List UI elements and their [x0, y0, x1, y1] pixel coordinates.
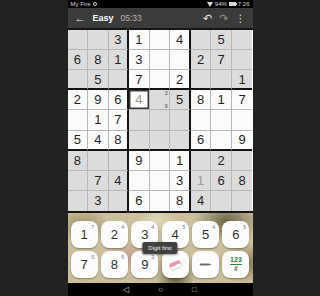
- cell-r6c3[interactable]: 8: [109, 131, 130, 151]
- cell-digit: 8: [176, 194, 183, 207]
- game-timer: 05:33: [121, 13, 142, 23]
- cell-r3c3[interactable]: [109, 70, 130, 90]
- numpad-row-2: 758693 123 #: [71, 251, 250, 278]
- cell-r8c1[interactable]: [68, 171, 89, 191]
- digit-label: 4: [172, 227, 179, 242]
- cell-digit: 5: [176, 93, 183, 106]
- cell-r1c6[interactable]: 4: [170, 30, 191, 50]
- cell-r7c3[interactable]: [109, 151, 130, 171]
- cell-digit: 7: [239, 93, 246, 106]
- input-mode-button[interactable]: 123 #: [222, 251, 249, 278]
- cell-r7c4[interactable]: 9: [129, 151, 150, 171]
- cell-r9c6[interactable]: 8: [170, 191, 191, 211]
- cell-digit: 7: [218, 53, 225, 66]
- cell-r4c2[interactable]: 9: [88, 90, 109, 110]
- nav-recents-icon[interactable]: □: [192, 286, 197, 294]
- battery-icon: [229, 2, 236, 6]
- digit-button-6[interactable]: 65: [222, 221, 249, 248]
- digit-count-badge: 5: [91, 254, 94, 259]
- digit-count-badge: 5: [243, 224, 246, 229]
- cell-digit: 1: [239, 73, 246, 86]
- digit-label: 3: [141, 227, 148, 242]
- cell-r5c3[interactable]: 7: [109, 110, 130, 130]
- cell-digit: 5: [218, 33, 225, 46]
- cell-r6c7[interactable]: 6: [191, 131, 212, 151]
- cell-r5c7[interactable]: [191, 110, 212, 130]
- cell-digit: 3: [176, 174, 183, 187]
- cell-r8c5[interactable]: [150, 171, 171, 191]
- cell-r1c7[interactable]: [191, 30, 212, 50]
- cell-r8c7[interactable]: 1: [191, 171, 212, 191]
- cell-r1c9[interactable]: [232, 30, 253, 50]
- cell-r7c9[interactable]: [232, 151, 253, 171]
- eraser-icon: [167, 256, 184, 273]
- eraser-button[interactable]: [162, 251, 189, 278]
- cell-r1c8[interactable]: 5: [211, 30, 232, 50]
- cell-r5c5[interactable]: [150, 110, 171, 130]
- cell-r4c8[interactable]: 1: [211, 90, 232, 110]
- digit-count-badge: 5: [182, 224, 185, 229]
- carrier-label: My Fire: [71, 1, 91, 7]
- cell-r6c2[interactable]: 4: [88, 131, 109, 151]
- undo-icon[interactable]: ↶: [203, 12, 212, 25]
- cell-r8c8[interactable]: 6: [211, 171, 232, 191]
- cell-r5c9[interactable]: [232, 110, 253, 130]
- cell-r9c4[interactable]: 6: [129, 191, 150, 211]
- digit-count-badge: 4: [121, 224, 124, 229]
- cell-digit: 8: [114, 133, 121, 146]
- pen-button[interactable]: [192, 251, 219, 278]
- cell-r3c8[interactable]: [211, 70, 232, 90]
- digit-label: 7: [80, 257, 87, 272]
- cell-r9c1[interactable]: [68, 191, 89, 211]
- cell-r6c6[interactable]: [170, 131, 191, 151]
- back-arrow-icon[interactable]: ←: [75, 13, 86, 24]
- toast-message: Digit first: [142, 242, 177, 254]
- cell-digit: 7: [135, 73, 142, 86]
- cell-digit: 7: [94, 174, 101, 187]
- digit-button-7[interactable]: 75: [71, 251, 98, 278]
- cell-r1c2[interactable]: [88, 30, 109, 50]
- status-bar: My Fire 94% 7:26: [68, 0, 253, 8]
- cell-digit: 4: [94, 133, 101, 146]
- cell-r4c6[interactable]: 5: [170, 90, 191, 110]
- digit-button-1[interactable]: 17: [71, 221, 98, 248]
- cell-r3c4[interactable]: 7: [129, 70, 150, 90]
- cell-digit: 5: [94, 73, 101, 86]
- cell-digit: 5: [74, 133, 81, 146]
- number-pad: 172434455465 758693 123: [68, 213, 253, 283]
- android-nav-bar: ◁ ○ □: [68, 283, 253, 296]
- app-screen: My Fire 94% 7:26 ← Easy 05:33 ↶ ↷ ⋮ 3145…: [68, 0, 253, 296]
- battery-percent: 94%: [215, 1, 227, 7]
- cell-digit: 9: [94, 93, 101, 106]
- digit-count-badge: 3: [152, 254, 155, 259]
- digit-label: 2: [111, 227, 118, 242]
- cell-digit: 1: [218, 93, 225, 106]
- digit-label: 5: [202, 227, 209, 242]
- digit-button-9[interactable]: 93: [131, 251, 158, 278]
- sudoku-board: 3145681327572129643958171754869891274316…: [68, 28, 253, 213]
- cell-r6c1[interactable]: 5: [68, 131, 89, 151]
- cell-r2c6[interactable]: [170, 50, 191, 70]
- cell-r2c8[interactable]: 7: [211, 50, 232, 70]
- digit-count-badge: 7: [91, 224, 94, 229]
- cell-digit: 2: [176, 73, 183, 86]
- cell-digit: 1: [114, 53, 121, 66]
- cell-digit: 3: [114, 33, 121, 46]
- cell-r3c5[interactable]: [150, 70, 171, 90]
- digit-label: 1: [80, 227, 87, 242]
- cell-digit: 1: [176, 154, 183, 167]
- cell-r7c7[interactable]: [191, 151, 212, 171]
- cell-r7c6[interactable]: 1: [170, 151, 191, 171]
- cell-digit: 1: [197, 174, 204, 187]
- cell-r5c6[interactable]: [170, 110, 191, 130]
- cell-r4c4[interactable]: 4: [129, 90, 150, 110]
- pen-icon: [197, 256, 214, 273]
- cell-r1c3[interactable]: 3: [109, 30, 130, 50]
- cell-r9c3[interactable]: [109, 191, 130, 211]
- cell-r5c4[interactable]: [129, 110, 150, 130]
- cell-digit: 7: [114, 113, 121, 126]
- difficulty-title: Easy: [93, 13, 114, 23]
- overflow-menu-icon[interactable]: ⋮: [236, 13, 246, 24]
- cell-r9c8[interactable]: [211, 191, 232, 211]
- cell-digit: 6: [114, 93, 121, 106]
- cell-r5c8[interactable]: [211, 110, 232, 130]
- clock: 7:26: [238, 1, 250, 7]
- cell-digit: 8: [197, 93, 204, 106]
- cell-r4c7[interactable]: 8: [191, 90, 212, 110]
- cell-r3c1[interactable]: [68, 70, 89, 90]
- cell-r9c5[interactable]: [150, 191, 171, 211]
- cell-digit: 2: [74, 93, 81, 106]
- cell-r6c4[interactable]: [129, 131, 150, 151]
- cell-r6c9[interactable]: 9: [232, 131, 253, 151]
- digit-button-2[interactable]: 24: [101, 221, 128, 248]
- wifi-icon: [207, 2, 213, 7]
- cell-digit: 4: [135, 93, 142, 106]
- cell-r7c8[interactable]: 2: [211, 151, 232, 171]
- digit-count-badge: 4: [152, 224, 155, 229]
- cell-digit: 2: [197, 53, 204, 66]
- input-mode-icon: 123 #: [230, 256, 242, 272]
- digit-button-5[interactable]: 54: [192, 221, 219, 248]
- cell-r9c9[interactable]: [232, 191, 253, 211]
- cell-r2c4[interactable]: 3: [129, 50, 150, 70]
- cell-r6c5[interactable]: [150, 131, 171, 151]
- cell-r8c4[interactable]: [129, 171, 150, 191]
- cell-digit: 4: [114, 174, 121, 187]
- cell-r5c2[interactable]: 1: [88, 110, 109, 130]
- redo-icon[interactable]: ↷: [219, 12, 228, 25]
- cell-r4c1[interactable]: 2: [68, 90, 89, 110]
- cell-r7c2[interactable]: [88, 151, 109, 171]
- cell-digit: 6: [197, 133, 204, 146]
- cell-r2c7[interactable]: 2: [191, 50, 212, 70]
- cell-digit: 8: [74, 154, 81, 167]
- cell-r5c1[interactable]: [68, 110, 89, 130]
- cell-digit: 1: [135, 33, 142, 46]
- cell-r2c1[interactable]: 6: [68, 50, 89, 70]
- cell-digit: 9: [135, 154, 142, 167]
- cell-r2c3[interactable]: 1: [109, 50, 130, 70]
- cell-digit: 6: [135, 194, 142, 207]
- cell-digit: 6: [218, 174, 225, 187]
- cell-digit: 8: [239, 174, 246, 187]
- cell-r8c9[interactable]: 8: [232, 171, 253, 191]
- digit-count-badge: 6: [121, 254, 124, 259]
- cell-digit: 3: [135, 53, 142, 66]
- cell-r3c2[interactable]: 5: [88, 70, 109, 90]
- nav-home-icon[interactable]: ○: [158, 286, 163, 294]
- notification-icon: [93, 2, 97, 6]
- cell-r3c9[interactable]: 1: [232, 70, 253, 90]
- digit-label: 9: [141, 257, 148, 272]
- cell-digit: 2: [218, 154, 225, 167]
- cell-r8c3[interactable]: 4: [109, 171, 130, 191]
- cell-digit: 4: [176, 33, 183, 46]
- cell-r3c6[interactable]: 2: [170, 70, 191, 90]
- digit-count-badge: 4: [212, 224, 215, 229]
- cell-r4c9[interactable]: 7: [232, 90, 253, 110]
- cell-r9c7[interactable]: 4: [191, 191, 212, 211]
- cell-r3c7[interactable]: [191, 70, 212, 90]
- digit-label: 8: [111, 257, 118, 272]
- cell-r7c1[interactable]: 8: [68, 151, 89, 171]
- digit-label: 6: [232, 227, 239, 242]
- cell-digit: 1: [94, 113, 101, 126]
- pencil-notes: 39: [150, 90, 170, 109]
- cell-r8c6[interactable]: 3: [170, 171, 191, 191]
- cell-r1c4[interactable]: 1: [129, 30, 150, 50]
- cell-r9c2[interactable]: 3: [88, 191, 109, 211]
- digit-button-8[interactable]: 86: [101, 251, 128, 278]
- cell-r2c5[interactable]: [150, 50, 171, 70]
- cell-digit: 8: [94, 53, 101, 66]
- cell-r6c8[interactable]: [211, 131, 232, 151]
- cell-digit: 9: [239, 133, 246, 146]
- cell-r7c5[interactable]: [150, 151, 171, 171]
- cell-r8c2[interactable]: 7: [88, 171, 109, 191]
- cell-digit: 6: [74, 53, 81, 66]
- cell-r2c9[interactable]: [232, 50, 253, 70]
- cell-digit: 3: [94, 194, 101, 207]
- cell-r4c3[interactable]: 6: [109, 90, 130, 110]
- nav-back-icon[interactable]: ◁: [123, 286, 129, 294]
- toolbar: ← Easy 05:33 ↶ ↷ ⋮: [68, 8, 253, 28]
- cell-r1c1[interactable]: [68, 30, 89, 50]
- cell-digit: 4: [197, 194, 204, 207]
- cell-r1c5[interactable]: [150, 30, 171, 50]
- cell-r4c5[interactable]: 39: [150, 90, 171, 110]
- cell-r2c2[interactable]: 8: [88, 50, 109, 70]
